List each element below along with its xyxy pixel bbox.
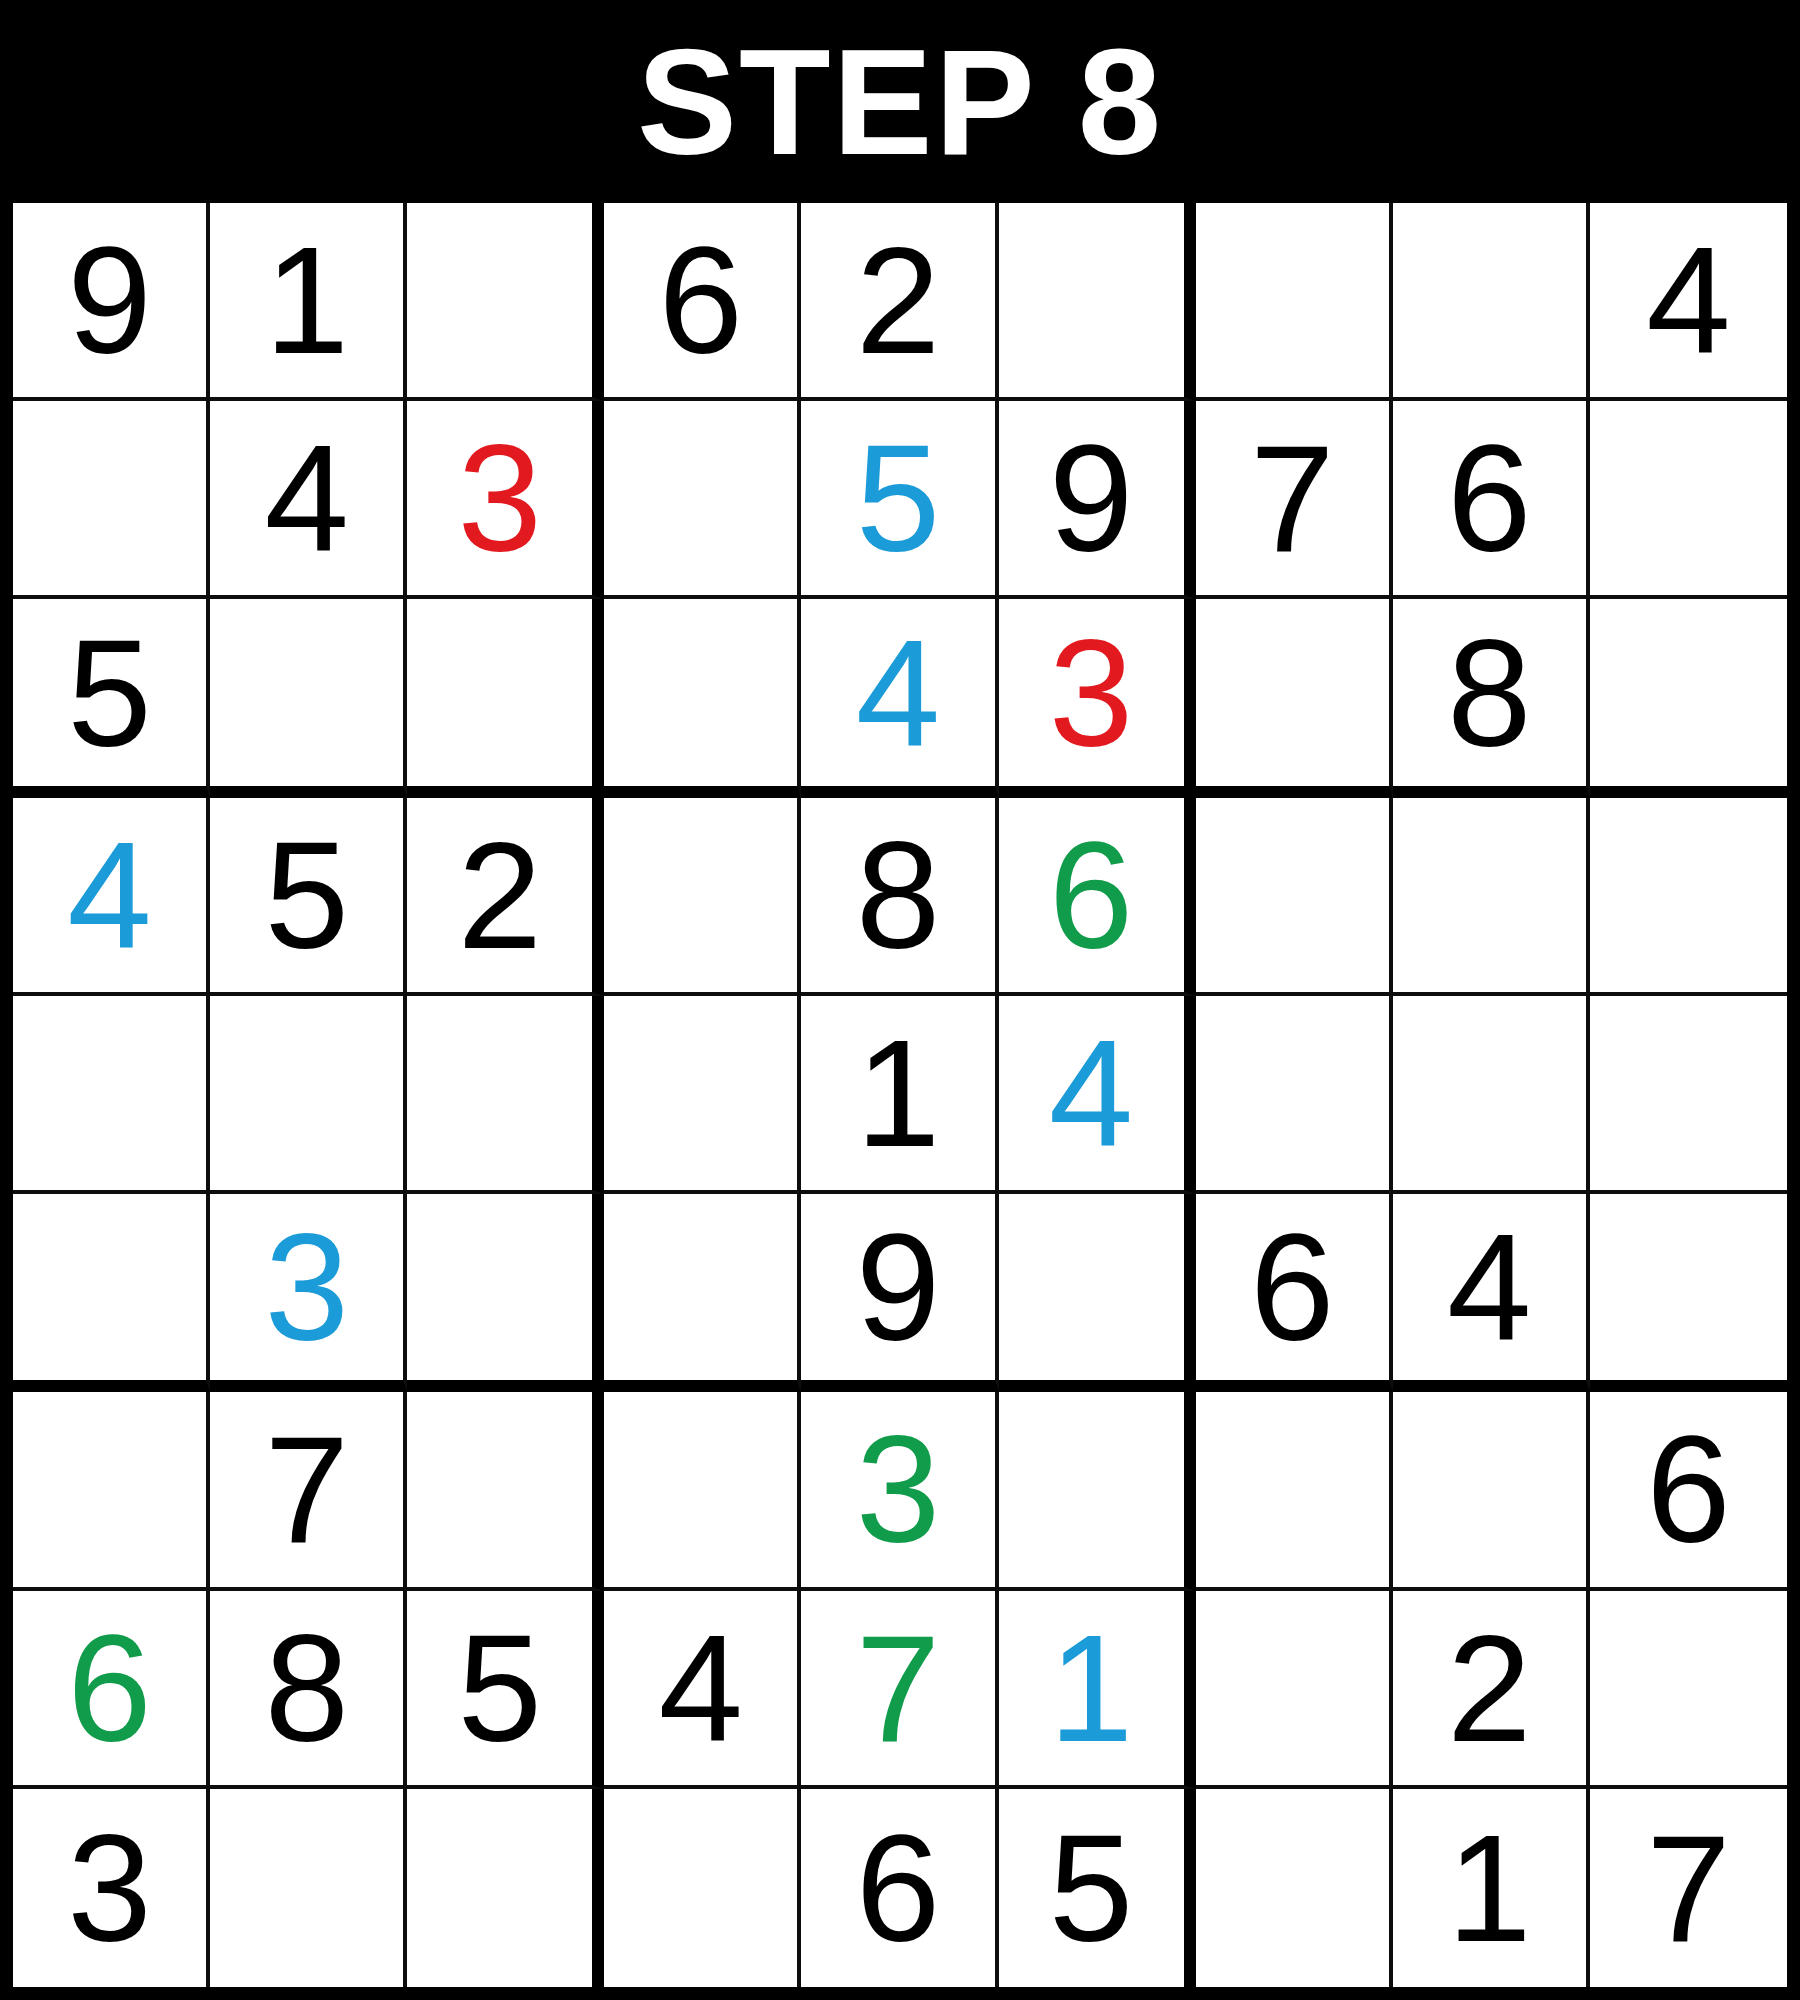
digit: 4 xyxy=(1646,224,1731,376)
cell-r2c2[interactable]: 4 xyxy=(210,401,407,599)
cell-r4c5[interactable]: 8 xyxy=(801,798,998,996)
cell-r9c3[interactable] xyxy=(407,1789,604,1987)
cell-r4c9[interactable] xyxy=(1590,798,1787,996)
cell-r2c3[interactable]: 3 xyxy=(407,401,604,599)
cell-r8c8[interactable]: 2 xyxy=(1393,1591,1590,1789)
cell-r7c1[interactable] xyxy=(13,1392,210,1590)
cell-r2c5[interactable]: 5 xyxy=(801,401,998,599)
cell-r3c5[interactable]: 4 xyxy=(801,599,998,797)
cell-r7c2[interactable]: 7 xyxy=(210,1392,407,1590)
cell-r2c8[interactable]: 6 xyxy=(1393,401,1590,599)
digit: 7 xyxy=(856,1612,941,1764)
digit: 6 xyxy=(1447,422,1532,574)
cell-r9c7[interactable] xyxy=(1196,1789,1393,1987)
digit: 6 xyxy=(1250,1211,1335,1363)
digit: 5 xyxy=(264,819,349,971)
digit: 7 xyxy=(264,1413,349,1565)
cell-r1c7[interactable] xyxy=(1196,203,1393,401)
cell-r9c2[interactable] xyxy=(210,1789,407,1987)
cell-r7c7[interactable] xyxy=(1196,1392,1393,1590)
cell-r8c6[interactable]: 1 xyxy=(999,1591,1196,1789)
cell-r9c1[interactable]: 3 xyxy=(13,1789,210,1987)
cell-r1c9[interactable]: 4 xyxy=(1590,203,1787,401)
cell-r8c3[interactable]: 5 xyxy=(407,1591,604,1789)
cell-r2c4[interactable] xyxy=(604,401,801,599)
step-header: STEP 8 xyxy=(0,0,1800,190)
digit: 5 xyxy=(458,1612,543,1764)
digit: 4 xyxy=(856,617,941,769)
cell-r4c1[interactable]: 4 xyxy=(13,798,210,996)
digit: 9 xyxy=(1049,422,1134,574)
cell-r6c6[interactable] xyxy=(999,1194,1196,1392)
cell-r4c2[interactable]: 5 xyxy=(210,798,407,996)
cell-r3c3[interactable] xyxy=(407,599,604,797)
cell-r3c8[interactable]: 8 xyxy=(1393,599,1590,797)
cell-r8c9[interactable] xyxy=(1590,1591,1787,1789)
cell-r6c1[interactable] xyxy=(13,1194,210,1392)
cell-r6c9[interactable] xyxy=(1590,1194,1787,1392)
cell-r6c5[interactable]: 9 xyxy=(801,1194,998,1392)
digit: 4 xyxy=(67,819,152,971)
cell-r6c7[interactable]: 6 xyxy=(1196,1194,1393,1392)
cell-r5c7[interactable] xyxy=(1196,996,1393,1194)
cell-r5c4[interactable] xyxy=(604,996,801,1194)
cell-r5c2[interactable] xyxy=(210,996,407,1194)
cell-r5c1[interactable] xyxy=(13,996,210,1194)
cell-r9c6[interactable]: 5 xyxy=(999,1789,1196,1987)
cell-r1c2[interactable]: 1 xyxy=(210,203,407,401)
cell-r7c6[interactable] xyxy=(999,1392,1196,1590)
cell-r3c1[interactable]: 5 xyxy=(13,599,210,797)
cell-r5c6[interactable]: 4 xyxy=(999,996,1196,1194)
cell-r4c3[interactable]: 2 xyxy=(407,798,604,996)
cell-r8c5[interactable]: 7 xyxy=(801,1591,998,1789)
digit: 8 xyxy=(264,1612,349,1764)
cell-r3c4[interactable] xyxy=(604,599,801,797)
cell-r2c6[interactable]: 9 xyxy=(999,401,1196,599)
cell-r8c7[interactable] xyxy=(1196,1591,1393,1789)
cell-r3c9[interactable] xyxy=(1590,599,1787,797)
cell-r2c7[interactable]: 7 xyxy=(1196,401,1393,599)
cell-r2c9[interactable] xyxy=(1590,401,1787,599)
cell-r7c4[interactable] xyxy=(604,1392,801,1590)
cell-r5c3[interactable] xyxy=(407,996,604,1194)
cell-r3c2[interactable] xyxy=(210,599,407,797)
digit: 3 xyxy=(67,1812,152,1964)
digit: 2 xyxy=(458,819,543,971)
cell-r1c5[interactable]: 2 xyxy=(801,203,998,401)
cell-r1c3[interactable] xyxy=(407,203,604,401)
cell-r2c1[interactable] xyxy=(13,401,210,599)
cell-r3c6[interactable]: 3 xyxy=(999,599,1196,797)
digit: 6 xyxy=(659,224,744,376)
digit: 3 xyxy=(856,1413,941,1565)
cell-r4c8[interactable] xyxy=(1393,798,1590,996)
cell-r6c4[interactable] xyxy=(604,1194,801,1392)
digit: 5 xyxy=(1049,1812,1134,1964)
cell-r6c3[interactable] xyxy=(407,1194,604,1392)
cell-r4c6[interactable]: 6 xyxy=(999,798,1196,996)
cell-r4c7[interactable] xyxy=(1196,798,1393,996)
digit: 8 xyxy=(1447,617,1532,769)
digit: 1 xyxy=(1049,1612,1134,1764)
cell-r1c8[interactable] xyxy=(1393,203,1590,401)
cell-r5c8[interactable] xyxy=(1393,996,1590,1194)
digit: 2 xyxy=(856,224,941,376)
digit: 7 xyxy=(1646,1812,1731,1964)
digit: 5 xyxy=(67,617,152,769)
cell-r7c5[interactable]: 3 xyxy=(801,1392,998,1590)
digit: 4 xyxy=(659,1612,744,1764)
cell-r8c1[interactable]: 6 xyxy=(13,1591,210,1789)
cell-r7c9[interactable]: 6 xyxy=(1590,1392,1787,1590)
digit: 3 xyxy=(264,1211,349,1363)
digit: 6 xyxy=(1049,819,1134,971)
cell-r8c2[interactable]: 8 xyxy=(210,1591,407,1789)
cell-r4c4[interactable] xyxy=(604,798,801,996)
cell-r9c9[interactable]: 7 xyxy=(1590,1789,1787,1987)
sudoku-step-page: STEP 8 916244359765438452861439647366854… xyxy=(0,0,1800,2000)
digit: 7 xyxy=(1250,422,1335,574)
cell-r1c1[interactable]: 9 xyxy=(13,203,210,401)
digit: 4 xyxy=(264,422,349,574)
digit: 6 xyxy=(1646,1413,1731,1565)
cell-r5c5[interactable]: 1 xyxy=(801,996,998,1194)
cell-r8c4[interactable]: 4 xyxy=(604,1591,801,1789)
digit: 1 xyxy=(264,224,349,376)
digit: 9 xyxy=(856,1211,941,1363)
digit: 2 xyxy=(1447,1612,1532,1764)
digit: 3 xyxy=(1049,617,1134,769)
sudoku-board: 9162443597654384528614396473668547123651… xyxy=(0,190,1800,2000)
cell-r9c5[interactable]: 6 xyxy=(801,1789,998,1987)
cell-r3c7[interactable] xyxy=(1196,599,1393,797)
cell-r1c6[interactable] xyxy=(999,203,1196,401)
cell-r7c3[interactable] xyxy=(407,1392,604,1590)
digit: 9 xyxy=(67,224,152,376)
cell-r6c2[interactable]: 3 xyxy=(210,1194,407,1392)
cell-r1c4[interactable]: 6 xyxy=(604,203,801,401)
cell-r7c8[interactable] xyxy=(1393,1392,1590,1590)
digit: 5 xyxy=(856,422,941,574)
digit: 6 xyxy=(67,1612,152,1764)
cell-r5c9[interactable] xyxy=(1590,996,1787,1194)
cell-r6c8[interactable]: 4 xyxy=(1393,1194,1590,1392)
digit: 4 xyxy=(1049,1017,1134,1169)
cell-r9c8[interactable]: 1 xyxy=(1393,1789,1590,1987)
digit: 8 xyxy=(856,819,941,971)
digit: 4 xyxy=(1447,1211,1532,1363)
step-title: STEP 8 xyxy=(637,13,1163,177)
digit: 1 xyxy=(856,1017,941,1169)
digit: 6 xyxy=(856,1812,941,1964)
digit: 3 xyxy=(458,422,543,574)
digit: 1 xyxy=(1447,1812,1532,1964)
cell-r9c4[interactable] xyxy=(604,1789,801,1987)
